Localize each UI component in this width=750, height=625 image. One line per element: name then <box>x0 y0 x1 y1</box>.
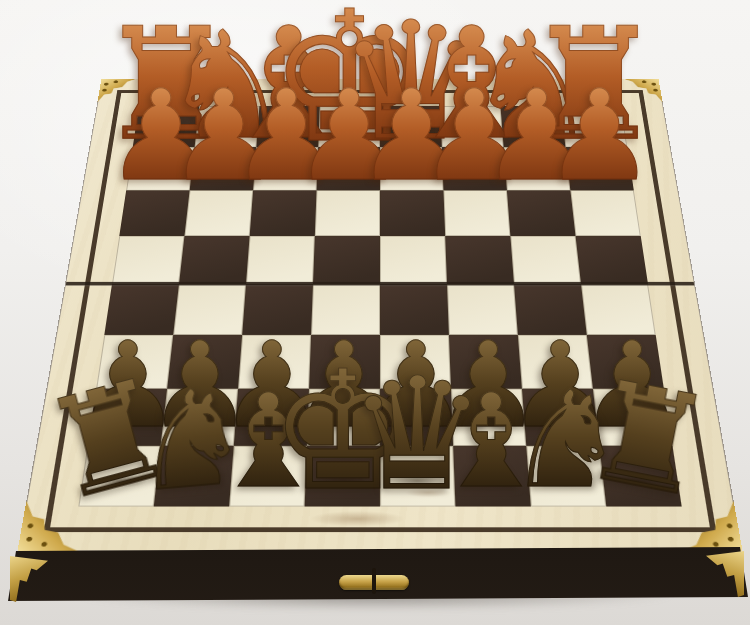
square-d5 <box>313 236 380 284</box>
square-c5 <box>246 236 315 284</box>
square-c1 <box>229 446 307 507</box>
square-b8 <box>195 106 260 147</box>
square-b5 <box>179 236 250 284</box>
square-h1 <box>599 446 681 507</box>
square-a5 <box>112 236 184 284</box>
square-e8 <box>380 106 442 147</box>
square-a6 <box>119 190 189 236</box>
square-h5 <box>576 236 648 284</box>
square-c6 <box>250 190 317 236</box>
square-g4 <box>514 284 587 335</box>
square-f5 <box>445 236 514 284</box>
square-a3 <box>96 335 173 389</box>
border-stain <box>398 486 459 499</box>
brass-hinge-icon <box>377 66 390 75</box>
square-e6 <box>380 190 445 236</box>
square-f6 <box>443 190 510 236</box>
square-d7 <box>317 147 380 190</box>
square-d8 <box>318 106 380 147</box>
square-b7 <box>190 147 257 190</box>
square-g6 <box>507 190 576 236</box>
brass-clasp <box>339 575 409 590</box>
square-h4 <box>581 284 656 335</box>
square-a2 <box>87 389 167 446</box>
border-stain <box>293 508 421 529</box>
square-f1 <box>453 446 531 507</box>
board-grid <box>78 106 681 506</box>
square-c2 <box>234 389 309 446</box>
square-c4 <box>242 284 313 335</box>
square-e5 <box>380 236 447 284</box>
square-c8 <box>256 106 319 147</box>
square-e7 <box>380 147 443 190</box>
square-f8 <box>440 106 503 147</box>
square-f2 <box>451 389 526 446</box>
square-h8 <box>561 106 627 147</box>
square-f4 <box>447 284 518 335</box>
square-b2 <box>161 389 238 446</box>
square-e4 <box>380 284 449 335</box>
fold-seam <box>66 282 695 286</box>
square-d4 <box>311 284 380 335</box>
square-h3 <box>587 335 664 389</box>
square-d2 <box>307 389 380 446</box>
square-g8 <box>501 106 566 147</box>
square-g3 <box>518 335 593 389</box>
square-f7 <box>442 147 507 190</box>
photo-stage: ♜♞♝♚♛♝♞♜♟♟♟♟♟♟♟♟♟♟♟♟♟♟♟♟♜♞♝♚♛♝♞♜ <box>0 0 750 625</box>
square-a1 <box>78 446 160 507</box>
square-h2 <box>593 389 673 446</box>
square-d6 <box>315 190 380 236</box>
square-g1 <box>526 446 606 507</box>
square-a8 <box>133 106 199 147</box>
square-c7 <box>253 147 318 190</box>
square-h6 <box>570 190 640 236</box>
square-e3 <box>380 335 451 389</box>
square-b4 <box>173 284 246 335</box>
square-b1 <box>154 446 234 507</box>
square-g5 <box>510 236 581 284</box>
square-g2 <box>522 389 599 446</box>
square-d3 <box>309 335 380 389</box>
chess-board <box>19 79 742 550</box>
square-g7 <box>504 147 571 190</box>
square-d1 <box>305 446 380 507</box>
square-b6 <box>184 190 253 236</box>
square-a4 <box>104 284 179 335</box>
square-b3 <box>167 335 242 389</box>
square-h7 <box>565 147 633 190</box>
square-e2 <box>380 389 453 446</box>
square-c3 <box>238 335 311 389</box>
square-f3 <box>449 335 522 389</box>
square-a7 <box>126 147 194 190</box>
